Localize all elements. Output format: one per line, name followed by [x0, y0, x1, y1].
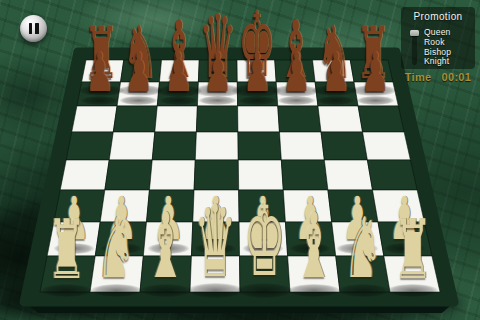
piece-white-bishop[interactable]: ♝	[145, 201, 186, 291]
promotion-option-knight[interactable]: Knight	[424, 57, 451, 67]
piece-white-knight[interactable]: ♞	[344, 207, 384, 291]
piece-black-pawn[interactable]: ♟	[322, 47, 351, 101]
piece-white-rook[interactable]: ♜	[47, 209, 87, 291]
square-b6[interactable]	[113, 106, 157, 132]
pause-icon	[29, 23, 33, 34]
piece-black-pawn[interactable]: ♟	[85, 47, 114, 101]
piece-black-pawn[interactable]: ♟	[203, 47, 232, 101]
square-f6[interactable]	[278, 106, 321, 132]
clock-label: Time	[405, 71, 432, 83]
promotion-panel: Promotion Queen Rook Bishop Knight	[401, 7, 475, 69]
piece-white-queen[interactable]: ♛	[194, 192, 236, 291]
game-clock: Time 00:01	[398, 71, 478, 83]
square-g6[interactable]	[318, 106, 363, 132]
square-g5[interactable]	[321, 132, 367, 160]
square-c5[interactable]	[152, 132, 196, 160]
piece-white-knight[interactable]: ♞	[97, 207, 137, 291]
square-f5[interactable]	[279, 132, 324, 160]
piece-white-rook[interactable]: ♜	[393, 209, 433, 291]
board-front-edge	[30, 306, 450, 313]
piece-white-bishop[interactable]: ♝	[294, 201, 335, 291]
piece-black-pawn[interactable]: ♟	[282, 47, 311, 101]
square-d6[interactable]	[196, 106, 238, 132]
promotion-title: Promotion	[401, 11, 475, 22]
game-screen: ♜♞♝♛♚♝♞♜♟♟♟♟♟♟♟♟♟♟♟♟♟♟♟♟♜♞♝♛♚♝♞♜ Promoti…	[0, 0, 480, 320]
square-a5[interactable]	[66, 132, 113, 160]
piece-white-king[interactable]: ♚	[243, 189, 285, 291]
square-e5[interactable]	[238, 132, 281, 160]
clock-value: 00:01	[442, 71, 472, 83]
square-d5[interactable]	[195, 132, 238, 160]
piece-black-pawn[interactable]: ♟	[125, 47, 154, 101]
promotion-options: Queen Rook Bishop Knight	[424, 28, 451, 67]
square-h6[interactable]	[358, 106, 404, 132]
piece-black-pawn[interactable]: ♟	[164, 47, 193, 101]
square-e6[interactable]	[238, 106, 280, 132]
promotion-selector-track[interactable]	[412, 31, 417, 65]
square-a6[interactable]	[72, 106, 117, 132]
promotion-selected-knob[interactable]	[410, 30, 419, 36]
square-c6[interactable]	[155, 106, 198, 132]
square-h5[interactable]	[363, 132, 411, 160]
piece-black-pawn[interactable]: ♟	[243, 47, 272, 101]
pause-icon	[35, 23, 39, 34]
square-b5[interactable]	[109, 132, 155, 160]
pause-button[interactable]	[20, 15, 47, 42]
piece-black-pawn[interactable]: ♟	[361, 47, 390, 101]
